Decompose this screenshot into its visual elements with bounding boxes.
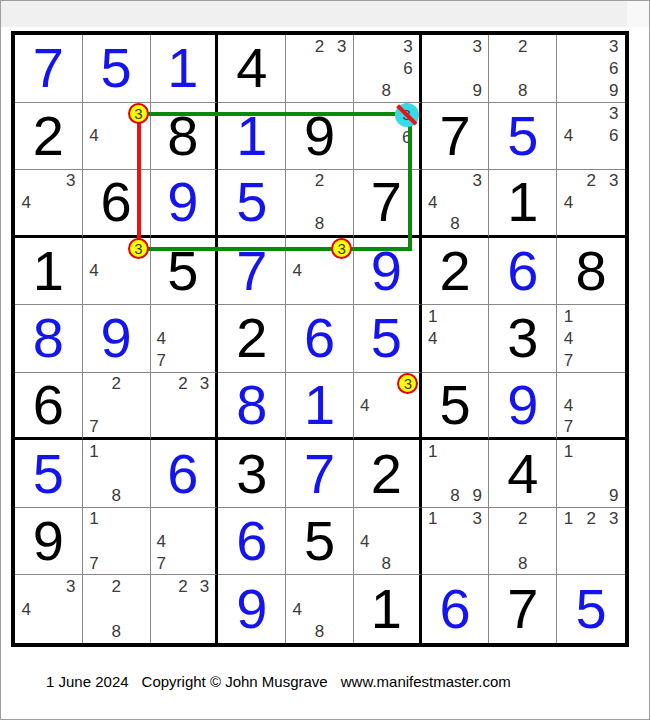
cell-r9c1[interactable]: 34: [15, 575, 83, 643]
cell-r8c9[interactable]: 123: [557, 508, 625, 576]
cell-r6c5[interactable]: 1: [286, 373, 354, 441]
pencil-marks: 19: [557, 440, 625, 507]
pencil-mark: 1: [422, 440, 444, 462]
cell-r3c7[interactable]: 348: [422, 170, 490, 238]
solved-digit: 6: [218, 508, 285, 575]
cell-r3c3[interactable]: 9: [151, 170, 219, 238]
cell-r8c1[interactable]: 9: [15, 508, 83, 576]
pencil-mark: 7: [83, 552, 105, 574]
pencil-mark: 4: [151, 530, 173, 552]
pencil-mark: 7: [557, 350, 580, 372]
pencil-mark: 8: [444, 213, 466, 235]
solved-digit: 6: [489, 238, 556, 305]
cell-r2c4[interactable]: 1: [218, 103, 286, 171]
cell-r5c2[interactable]: 9: [83, 305, 151, 373]
pencil-mark: 7: [83, 416, 105, 438]
pencil-mark: 3: [194, 373, 216, 395]
pencil-mark: 2: [105, 575, 127, 598]
pencil-mark: 2: [105, 373, 127, 395]
given-digit: 8: [557, 238, 625, 305]
pencil-marks: 34: [83, 103, 150, 170]
pencil-marks: 28: [489, 35, 556, 102]
pencil-marks: 34: [354, 373, 419, 438]
pencil-mark: 4: [286, 598, 308, 621]
pencil-mark: 2: [512, 35, 534, 57]
given-digit: 7: [354, 170, 419, 235]
pencil-mark: 3: [602, 170, 625, 192]
pencil-marks: 28: [83, 575, 150, 643]
pencil-mark: 1: [557, 508, 580, 530]
sudoku-board: 7514233683928369234819367534634695287348…: [11, 31, 629, 647]
cell-r8c2[interactable]: 17: [83, 508, 151, 576]
solved-digit: 7: [218, 238, 285, 305]
cell-r8c8[interactable]: 28: [489, 508, 557, 576]
given-digit: 8: [151, 103, 216, 170]
given-digit: 9: [286, 103, 353, 170]
footer-date: 1 June 2024: [46, 673, 129, 690]
pencil-mark: 3: [60, 170, 82, 192]
solved-digit: 9: [151, 170, 216, 235]
pencil-mark: 2: [308, 170, 330, 192]
pencil-marks: 34: [286, 238, 353, 305]
given-digit: 5: [151, 238, 216, 305]
header-bar-right: [627, 1, 650, 27]
pencil-mark: 2: [172, 575, 194, 598]
pencil-marks: 47: [557, 373, 625, 438]
given-digit: 4: [489, 440, 556, 507]
pencil-mark: 6: [602, 57, 625, 79]
pencil-mark: 1: [83, 440, 105, 462]
cell-r6c6[interactable]: 34: [354, 373, 422, 441]
given-digit: 5: [422, 373, 489, 438]
pencil-marks: 18: [83, 440, 150, 507]
pencil-mark: 9: [602, 485, 625, 507]
footer-copyright: Copyright © John Musgrave: [142, 673, 328, 690]
cell-r3c5[interactable]: 28: [286, 170, 354, 238]
solved-digit: 9: [489, 373, 556, 438]
cell-r3c1[interactable]: 34: [15, 170, 83, 238]
cell-r7c7[interactable]: 189: [422, 440, 490, 508]
cell-r4c2[interactable]: 34: [83, 238, 151, 306]
cell-r1c7[interactable]: 39: [422, 35, 490, 103]
pencil-mark: 8: [308, 213, 330, 235]
pencil-mark: 6: [602, 125, 625, 147]
cell-r4c9[interactable]: 8: [557, 238, 625, 306]
cell-r9c3[interactable]: 23: [151, 575, 219, 643]
given-digit: 4: [218, 35, 285, 102]
solved-digit: 6: [151, 440, 216, 507]
cell-r6c8[interactable]: 9: [489, 373, 557, 441]
cell-r4c7[interactable]: 2: [422, 238, 490, 306]
pencil-mark: 3: [331, 35, 353, 57]
chain-node-candidate: 3: [397, 373, 418, 394]
pencil-marks: 147: [557, 305, 625, 372]
pencil-mark: 8: [512, 552, 534, 574]
given-digit: 7: [422, 103, 489, 170]
pencil-marks: 368: [354, 35, 419, 102]
pencil-mark: 4: [15, 192, 37, 214]
cell-r2c9[interactable]: 346: [557, 103, 625, 171]
cell-r9c7[interactable]: 6: [422, 575, 490, 643]
solved-digit: 5: [489, 103, 556, 170]
given-digit: 2: [422, 238, 489, 305]
cell-r2c5[interactable]: 9: [286, 103, 354, 171]
cell-r4c5[interactable]: 34: [286, 238, 354, 306]
pencil-marks: 47: [151, 508, 216, 575]
cell-r1c4[interactable]: 4: [218, 35, 286, 103]
cell-r1c9[interactable]: 369: [557, 35, 625, 103]
given-digit: 1: [15, 238, 82, 305]
solved-digit: 9: [83, 305, 150, 372]
cell-r2c6[interactable]: 36: [354, 103, 422, 171]
solved-digit: 5: [218, 170, 285, 235]
cell-r5c6[interactable]: 5: [354, 305, 422, 373]
given-digit: 2: [15, 103, 82, 170]
cell-r8c5[interactable]: 5: [286, 508, 354, 576]
footer: 1 June 2024 Copyright © John Musgrave ww…: [46, 673, 511, 690]
cell-r5c7[interactable]: 14: [422, 305, 490, 373]
pencil-mark: 2: [308, 35, 330, 57]
chain-node-candidate: 3: [128, 238, 149, 259]
pencil-mark: 1: [557, 305, 580, 327]
cell-r4c3[interactable]: 5: [151, 238, 219, 306]
pencil-mark: 2: [172, 373, 194, 395]
given-digit: 2: [218, 305, 285, 372]
cell-r2c2[interactable]: 34: [83, 103, 151, 171]
solved-digit: 5: [354, 305, 419, 372]
pencil-mark: 8: [512, 79, 534, 101]
pencil-marks: 48: [286, 575, 353, 643]
pencil-marks: 48: [354, 508, 419, 575]
given-digit: 7: [489, 575, 556, 643]
pencil-mark: 2: [512, 508, 534, 530]
pencil-marks: 123: [557, 508, 625, 575]
pencil-mark: 4: [354, 530, 376, 552]
pencil-mark: 4: [83, 125, 105, 147]
cell-r1c3[interactable]: 1: [151, 35, 219, 103]
cell-r3c8[interactable]: 1: [489, 170, 557, 238]
pencil-marks: 34: [15, 575, 82, 643]
pencil-marks: 369: [557, 35, 625, 102]
pencil-mark: 3: [602, 103, 625, 125]
cell-r9c6[interactable]: 1: [354, 575, 422, 643]
pencil-marks: 34: [15, 170, 82, 235]
pencil-mark: 3: [397, 35, 419, 57]
pencil-mark: 3: [602, 35, 625, 57]
pencil-marks: 36: [354, 103, 419, 170]
cell-r8c4[interactable]: 6: [218, 508, 286, 576]
cell-r5c5[interactable]: 6: [286, 305, 354, 373]
cell-r7c8[interactable]: 4: [489, 440, 557, 508]
pencil-marks: 234: [557, 170, 625, 235]
pencil-mark: 8: [375, 79, 397, 101]
given-digit: 9: [15, 508, 82, 575]
given-digit: 1: [489, 170, 556, 235]
cell-r4c4[interactable]: 7: [218, 238, 286, 306]
cell-r6c7[interactable]: 5: [422, 373, 490, 441]
cell-r8c3[interactable]: 47: [151, 508, 219, 576]
pencil-mark: 3: [466, 35, 488, 57]
pencil-mark: 7: [557, 416, 580, 438]
cell-r9c9[interactable]: 5: [557, 575, 625, 643]
cell-r7c9[interactable]: 19: [557, 440, 625, 508]
solved-digit: 5: [15, 440, 82, 507]
pencil-mark: 6: [395, 127, 419, 148]
pencil-mark: 3: [60, 575, 82, 598]
cell-r7c3[interactable]: 6: [151, 440, 219, 508]
pencil-mark: 8: [105, 620, 127, 643]
pencil-mark: 9: [466, 79, 488, 101]
eliminated-candidate: 3: [395, 103, 419, 127]
cell-r1c6[interactable]: 368: [354, 35, 422, 103]
pencil-marks: 17: [83, 508, 150, 575]
pencil-mark: 7: [151, 552, 173, 574]
pencil-mark: 4: [557, 327, 580, 349]
cell-r9c5[interactable]: 48: [286, 575, 354, 643]
given-digit: 3: [218, 440, 285, 507]
pencil-mark: 2: [580, 508, 603, 530]
cell-r6c1[interactable]: 6: [15, 373, 83, 441]
pencil-marks: 23: [151, 575, 216, 643]
pencil-mark: 1: [422, 305, 444, 327]
solved-digit: 5: [83, 35, 150, 102]
pencil-mark: 1: [422, 508, 444, 530]
pencil-marks: 346: [557, 103, 625, 170]
cell-r7c2[interactable]: 18: [83, 440, 151, 508]
cell-r7c6[interactable]: 2: [354, 440, 422, 508]
header-bar: [1, 1, 627, 27]
pencil-mark: 4: [151, 327, 173, 349]
solved-digit: 8: [15, 305, 82, 372]
solved-digit: 1: [218, 103, 285, 170]
cell-r9c4[interactable]: 9: [218, 575, 286, 643]
chain-node-candidate: 3: [331, 238, 352, 259]
cell-r9c2[interactable]: 28: [83, 575, 151, 643]
cell-r3c9[interactable]: 234: [557, 170, 625, 238]
pencil-marks: 28: [489, 508, 556, 575]
sudoku-page: 7514233683928369234819367534634695287348…: [0, 0, 650, 720]
pencil-marks: 28: [286, 170, 353, 235]
pencil-mark: 4: [354, 394, 376, 416]
solved-digit: 9: [218, 575, 285, 643]
pencil-mark: 3: [602, 508, 625, 530]
pencil-marks: 27: [83, 373, 150, 438]
cell-r8c6[interactable]: 48: [354, 508, 422, 576]
solved-digit: 7: [286, 440, 353, 507]
solved-digit: 1: [286, 373, 353, 438]
given-digit: 6: [15, 373, 82, 438]
solved-digit: 7: [15, 35, 82, 102]
pencil-mark: 4: [557, 394, 580, 416]
cell-r5c8[interactable]: 3: [489, 305, 557, 373]
cell-r5c3[interactable]: 47: [151, 305, 219, 373]
cell-r4c8[interactable]: 6: [489, 238, 557, 306]
cell-r8c7[interactable]: 13: [422, 508, 490, 576]
cell-r6c3[interactable]: 23: [151, 373, 219, 441]
pencil-mark: 4: [422, 327, 444, 349]
cell-r1c8[interactable]: 28: [489, 35, 557, 103]
chain-node-candidate: 3: [128, 103, 149, 124]
pencil-marks: 13: [422, 508, 489, 575]
pencil-mark: 8: [308, 620, 330, 643]
pencil-marks: 34: [83, 238, 150, 305]
pencil-mark: 4: [286, 260, 308, 282]
pencil-marks: 14: [422, 305, 489, 372]
cell-r1c2[interactable]: 5: [83, 35, 151, 103]
cell-r7c1[interactable]: 5: [15, 440, 83, 508]
given-digit: 6: [83, 170, 150, 235]
cell-r3c4[interactable]: 5: [218, 170, 286, 238]
given-digit: 2: [354, 440, 419, 507]
cell-r2c8[interactable]: 5: [489, 103, 557, 171]
cell-r4c6[interactable]: 9: [354, 238, 422, 306]
pencil-mark: 3: [466, 170, 488, 192]
given-digit: 5: [286, 508, 353, 575]
cell-r5c9[interactable]: 147: [557, 305, 625, 373]
solved-digit: 8: [218, 373, 285, 438]
pencil-marks: 23: [286, 35, 353, 102]
pencil-mark: 4: [557, 192, 580, 214]
pencil-mark: 1: [557, 440, 580, 462]
pencil-mark: 4: [15, 598, 37, 621]
cell-r6c2[interactable]: 27: [83, 373, 151, 441]
footer-website: www.manifestmaster.com: [341, 673, 511, 690]
cell-r4c1[interactable]: 1: [15, 238, 83, 306]
cell-r2c1[interactable]: 2: [15, 103, 83, 171]
pencil-marks: 23: [151, 373, 216, 438]
pencil-marks: 348: [422, 170, 489, 235]
cell-r2c7[interactable]: 7: [422, 103, 490, 171]
cell-r3c6[interactable]: 7: [354, 170, 422, 238]
solved-digit: 1: [151, 35, 216, 102]
solved-digit: 6: [286, 305, 353, 372]
cell-r3c2[interactable]: 6: [83, 170, 151, 238]
cell-r7c4[interactable]: 3: [218, 440, 286, 508]
solved-digit: 5: [557, 575, 625, 643]
pencil-mark: 7: [151, 350, 173, 372]
pencil-mark: 8: [444, 485, 466, 507]
pencil-mark: 9: [602, 79, 625, 101]
pencil-marks: 39: [422, 35, 489, 102]
pencil-mark: 4: [83, 260, 105, 282]
pencil-mark: 4: [557, 125, 580, 147]
pencil-mark: 3: [194, 575, 216, 598]
cell-r9c8[interactable]: 7: [489, 575, 557, 643]
pencil-marks: 47: [151, 305, 216, 372]
pencil-mark: 3: [466, 508, 488, 530]
solved-digit: 9: [354, 238, 419, 305]
cell-r2c3[interactable]: 8: [151, 103, 219, 171]
given-digit: 1: [354, 575, 419, 643]
pencil-mark: 8: [375, 552, 397, 574]
pencil-mark: 1: [83, 508, 105, 530]
cell-r5c1[interactable]: 8: [15, 305, 83, 373]
given-digit: 3: [489, 305, 556, 372]
pencil-mark: 2: [580, 170, 603, 192]
cell-r5c4[interactable]: 2: [218, 305, 286, 373]
cell-r1c1[interactable]: 7: [15, 35, 83, 103]
pencil-mark: 9: [466, 485, 488, 507]
pencil-marks: 189: [422, 440, 489, 507]
solved-digit: 6: [422, 575, 489, 643]
cell-r7c5[interactable]: 7: [286, 440, 354, 508]
pencil-mark: 4: [422, 192, 444, 214]
pencil-mark: 8: [105, 485, 127, 507]
cell-r6c4[interactable]: 8: [218, 373, 286, 441]
pencil-mark: 6: [397, 57, 419, 79]
cell-r1c5[interactable]: 23: [286, 35, 354, 103]
cell-r6c9[interactable]: 47: [557, 373, 625, 441]
